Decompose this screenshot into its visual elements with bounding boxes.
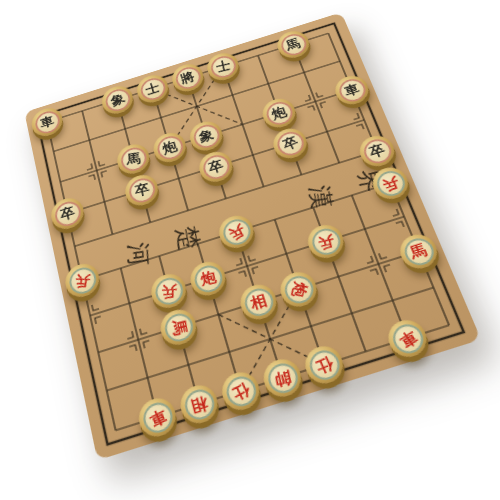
piece-face: 相 [241, 285, 276, 319]
pieces-layer: 車象士將士馬馬炮象炮車卒卒卒卒卒兵兵兵兵炮兵馬相炮馬車相仕帥仕車 [24, 12, 481, 460]
piece-character: 卒 [367, 142, 386, 159]
piece-red-車[interactable]: 車 [135, 394, 179, 441]
piece-character: 車 [396, 327, 419, 349]
piece-face: 車 [388, 320, 427, 356]
piece-character: 兵 [226, 222, 246, 241]
piece-face: 兵 [220, 216, 254, 248]
piece-face: 卒 [126, 175, 157, 205]
piece-black-車[interactable]: 車 [29, 105, 65, 140]
piece-black-卒[interactable]: 卒 [122, 171, 161, 209]
piece-red-車[interactable]: 車 [383, 316, 432, 362]
piece-character: 馬 [285, 37, 302, 52]
piece-black-象[interactable]: 象 [186, 118, 225, 155]
piece-face: 象 [190, 121, 221, 150]
piece-face: 炮 [191, 262, 225, 295]
piece-character: 象 [109, 92, 126, 108]
piece-red-相[interactable]: 相 [236, 280, 280, 323]
piece-face: 馬 [278, 31, 309, 58]
piece-character: 車 [39, 114, 55, 130]
piece-character: 卒 [280, 135, 299, 152]
piece-character: 仕 [230, 380, 252, 402]
piece-black-卒[interactable]: 卒 [196, 148, 236, 186]
product-photo-background: 河楚漢界 車象士將士馬馬炮象炮車卒卒卒卒卒兵兵兵兵炮兵馬相炮馬車相仕帥仕車 [0, 0, 500, 500]
piece-red-兵[interactable]: 兵 [304, 221, 349, 262]
piece-character: 炮 [270, 105, 288, 121]
piece-red-帥[interactable]: 帥 [259, 355, 306, 402]
piece-black-卒[interactable]: 卒 [269, 125, 311, 163]
piece-character: 象 [197, 128, 214, 144]
piece-red-兵[interactable]: 兵 [63, 260, 103, 301]
piece-red-馬[interactable]: 馬 [395, 230, 442, 272]
piece-character: 士 [144, 81, 160, 96]
piece-red-仕[interactable]: 仕 [301, 342, 348, 388]
piece-character: 卒 [59, 205, 76, 222]
piece-black-炮[interactable]: 炮 [150, 129, 189, 166]
piece-face: 炮 [263, 99, 295, 128]
piece-character: 兵 [316, 233, 335, 250]
piece-face: 士 [208, 53, 238, 80]
piece-face: 車 [33, 108, 61, 136]
piece-face: 馬 [400, 235, 437, 269]
piece-character: 士 [215, 59, 231, 74]
piece-red-相[interactable]: 相 [177, 381, 222, 428]
piece-character: 相 [189, 394, 209, 415]
piece-character: 馬 [126, 152, 141, 167]
piece-character: 兵 [161, 283, 176, 299]
piece-character: 兵 [74, 273, 91, 288]
piece-character: 馬 [169, 318, 187, 336]
piece-red-兵[interactable]: 兵 [215, 212, 257, 253]
piece-black-炮[interactable]: 炮 [259, 95, 300, 131]
piece-face: 兵 [67, 264, 98, 297]
piece-face: 炮 [154, 133, 185, 162]
piece-face: 馬 [161, 310, 195, 345]
piece-red-兵[interactable]: 兵 [148, 270, 190, 312]
piece-face: 兵 [308, 225, 343, 258]
piece-character: 仕 [313, 354, 335, 375]
piece-black-象[interactable]: 象 [99, 83, 136, 118]
piece-face: 兵 [152, 274, 185, 308]
piece-face: 卒 [200, 152, 232, 182]
piece-face: 仕 [305, 346, 343, 383]
piece-red-炮[interactable]: 炮 [276, 268, 321, 311]
piece-character: 相 [249, 292, 269, 311]
piece-character: 帥 [273, 368, 293, 388]
piece-face: 卒 [274, 128, 307, 158]
piece-black-卒[interactable]: 卒 [355, 132, 399, 170]
piece-face: 仕 [223, 372, 259, 409]
piece-character: 炮 [289, 280, 308, 298]
piece-face: 卒 [360, 136, 395, 166]
piece-character: 炮 [161, 139, 178, 155]
piece-face: 兵 [373, 167, 409, 199]
piece-character: 卒 [207, 158, 225, 175]
piece-black-士[interactable]: 士 [134, 72, 171, 107]
piece-face: 象 [103, 86, 132, 114]
piece-red-炮[interactable]: 炮 [187, 258, 230, 300]
piece-face: 帥 [264, 359, 301, 396]
piece-character: 馬 [408, 242, 429, 261]
piece-black-將[interactable]: 將 [169, 60, 207, 95]
piece-face: 馬 [118, 144, 148, 174]
piece-character: 將 [179, 70, 196, 85]
piece-black-士[interactable]: 士 [204, 49, 242, 83]
piece-black-車[interactable]: 車 [331, 72, 373, 108]
piece-character: 兵 [380, 174, 400, 192]
piece-face: 將 [173, 64, 203, 91]
piece-face: 車 [335, 76, 368, 105]
piece-face: 炮 [281, 272, 317, 306]
piece-character: 卒 [133, 182, 149, 198]
piece-red-兵[interactable]: 兵 [368, 163, 413, 203]
piece-character: 炮 [199, 270, 217, 288]
piece-face: 卒 [52, 198, 82, 229]
piece-black-卒[interactable]: 卒 [49, 194, 87, 233]
piece-face: 士 [138, 75, 168, 103]
piece-red-馬[interactable]: 馬 [157, 305, 200, 349]
xiangqi-board: 河楚漢界 車象士將士馬馬炮象炮車卒卒卒卒卒兵兵兵兵炮兵馬相炮馬車相仕帥仕車 [24, 12, 481, 460]
piece-character: 車 [343, 82, 361, 98]
piece-red-仕[interactable]: 仕 [218, 368, 264, 415]
piece-black-馬[interactable]: 馬 [114, 141, 152, 178]
piece-character: 車 [147, 406, 168, 428]
piece-face: 相 [181, 386, 217, 423]
piece-face: 車 [140, 399, 175, 437]
piece-black-馬[interactable]: 馬 [274, 27, 313, 61]
